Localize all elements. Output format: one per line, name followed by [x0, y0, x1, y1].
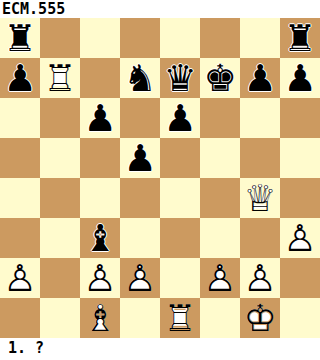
- square-f1[interactable]: [200, 298, 240, 338]
- square-f6[interactable]: [200, 98, 240, 138]
- square-c2[interactable]: ♟♙: [80, 258, 120, 298]
- square-h1[interactable]: [280, 298, 320, 338]
- square-g2[interactable]: ♟♙: [240, 258, 280, 298]
- black-rook-glyph: ♜: [280, 18, 320, 58]
- piece-white-pawn[interactable]: ♟♙: [240, 258, 280, 298]
- square-g8[interactable]: [240, 18, 280, 58]
- piece-black-rook[interactable]: ♜: [0, 18, 40, 58]
- square-g4[interactable]: ♛♕: [240, 178, 280, 218]
- white-rook-outline-glyph: ♖: [40, 58, 80, 98]
- piece-black-queen[interactable]: ♛: [160, 58, 200, 98]
- piece-black-pawn[interactable]: ♟: [160, 98, 200, 138]
- square-h5[interactable]: [280, 138, 320, 178]
- piece-white-rook[interactable]: ♜♖: [160, 298, 200, 338]
- square-b4[interactable]: [40, 178, 80, 218]
- square-e4[interactable]: [160, 178, 200, 218]
- square-g1[interactable]: ♚♔: [240, 298, 280, 338]
- square-a1[interactable]: [0, 298, 40, 338]
- square-f4[interactable]: [200, 178, 240, 218]
- square-a2[interactable]: ♟♙: [0, 258, 40, 298]
- piece-white-pawn[interactable]: ♟♙: [80, 258, 120, 298]
- square-c1[interactable]: ♝♗: [80, 298, 120, 338]
- square-c5[interactable]: [80, 138, 120, 178]
- piece-white-pawn[interactable]: ♟♙: [120, 258, 160, 298]
- square-e1[interactable]: ♜♖: [160, 298, 200, 338]
- square-d6[interactable]: [120, 98, 160, 138]
- square-d5[interactable]: ♟: [120, 138, 160, 178]
- black-pawn-glyph: ♟: [280, 58, 320, 98]
- black-king-glyph: ♚: [200, 58, 240, 98]
- square-d2[interactable]: ♟♙: [120, 258, 160, 298]
- square-d3[interactable]: [120, 218, 160, 258]
- piece-white-pawn[interactable]: ♟♙: [280, 218, 320, 258]
- square-g6[interactable]: [240, 98, 280, 138]
- black-bishop-glyph: ♝: [80, 218, 120, 258]
- square-c4[interactable]: [80, 178, 120, 218]
- square-b7[interactable]: ♜♖: [40, 58, 80, 98]
- square-d8[interactable]: [120, 18, 160, 58]
- black-pawn-glyph: ♟: [160, 98, 200, 138]
- square-f5[interactable]: [200, 138, 240, 178]
- black-rook-glyph: ♜: [0, 18, 40, 58]
- square-e7[interactable]: ♛: [160, 58, 200, 98]
- square-g5[interactable]: [240, 138, 280, 178]
- square-h2[interactable]: [280, 258, 320, 298]
- piece-white-queen[interactable]: ♛♕: [240, 178, 280, 218]
- black-pawn-glyph: ♟: [120, 138, 160, 178]
- square-f3[interactable]: [200, 218, 240, 258]
- piece-black-pawn[interactable]: ♟: [240, 58, 280, 98]
- square-a8[interactable]: ♜: [0, 18, 40, 58]
- square-c3[interactable]: ♝: [80, 218, 120, 258]
- square-a6[interactable]: [0, 98, 40, 138]
- square-h3[interactable]: ♟♙: [280, 218, 320, 258]
- square-b6[interactable]: [40, 98, 80, 138]
- piece-black-rook[interactable]: ♜: [280, 18, 320, 58]
- square-f7[interactable]: ♚: [200, 58, 240, 98]
- square-g3[interactable]: [240, 218, 280, 258]
- square-d4[interactable]: [120, 178, 160, 218]
- piece-black-bishop[interactable]: ♝: [80, 218, 120, 258]
- white-king-outline-glyph: ♔: [240, 298, 280, 338]
- square-d1[interactable]: [120, 298, 160, 338]
- square-a4[interactable]: [0, 178, 40, 218]
- piece-white-king[interactable]: ♚♔: [240, 298, 280, 338]
- piece-white-rook[interactable]: ♜♖: [40, 58, 80, 98]
- white-rook-outline-glyph: ♖: [160, 298, 200, 338]
- square-b2[interactable]: [40, 258, 80, 298]
- square-b3[interactable]: [40, 218, 80, 258]
- black-queen-glyph: ♛: [160, 58, 200, 98]
- square-c8[interactable]: [80, 18, 120, 58]
- square-b1[interactable]: [40, 298, 80, 338]
- white-pawn-outline-glyph: ♙: [0, 258, 40, 298]
- piece-black-knight[interactable]: ♞: [120, 58, 160, 98]
- square-a7[interactable]: ♟: [0, 58, 40, 98]
- piece-white-pawn[interactable]: ♟♙: [200, 258, 240, 298]
- white-pawn-outline-glyph: ♙: [240, 258, 280, 298]
- chess-diagram-page: ECM.555 ♜♜♟♜♖♞♛♚♟♟♟♟♟♛♕♝♟♙♟♙♟♙♟♙♟♙♟♙♝♗♜♖…: [0, 0, 320, 360]
- white-pawn-outline-glyph: ♙: [80, 258, 120, 298]
- piece-black-pawn[interactable]: ♟: [0, 58, 40, 98]
- move-prompt: 1. ?: [0, 338, 320, 360]
- square-a5[interactable]: [0, 138, 40, 178]
- white-pawn-outline-glyph: ♙: [200, 258, 240, 298]
- white-pawn-outline-glyph: ♙: [120, 258, 160, 298]
- square-e6[interactable]: ♟: [160, 98, 200, 138]
- piece-white-pawn[interactable]: ♟♙: [0, 258, 40, 298]
- black-pawn-glyph: ♟: [240, 58, 280, 98]
- piece-black-pawn[interactable]: ♟: [280, 58, 320, 98]
- square-e3[interactable]: [160, 218, 200, 258]
- piece-white-bishop[interactable]: ♝♗: [80, 298, 120, 338]
- square-b8[interactable]: [40, 18, 80, 58]
- square-h7[interactable]: ♟: [280, 58, 320, 98]
- square-b5[interactable]: [40, 138, 80, 178]
- square-e8[interactable]: [160, 18, 200, 58]
- white-queen-outline-glyph: ♕: [240, 178, 280, 218]
- square-f2[interactable]: ♟♙: [200, 258, 240, 298]
- square-h6[interactable]: [280, 98, 320, 138]
- white-pawn-outline-glyph: ♙: [280, 218, 320, 258]
- square-g7[interactable]: ♟: [240, 58, 280, 98]
- piece-black-pawn[interactable]: ♟: [120, 138, 160, 178]
- square-a3[interactable]: [0, 218, 40, 258]
- piece-black-pawn[interactable]: ♟: [80, 98, 120, 138]
- square-f8[interactable]: [200, 18, 240, 58]
- square-h4[interactable]: [280, 178, 320, 218]
- square-e5[interactable]: [160, 138, 200, 178]
- piece-black-king[interactable]: ♚: [200, 58, 240, 98]
- chess-board: ♜♜♟♜♖♞♛♚♟♟♟♟♟♛♕♝♟♙♟♙♟♙♟♙♟♙♟♙♝♗♜♖♚♔: [0, 18, 320, 338]
- square-d7[interactable]: ♞: [120, 58, 160, 98]
- square-c6[interactable]: ♟: [80, 98, 120, 138]
- black-knight-glyph: ♞: [120, 58, 160, 98]
- diagram-title: ECM.555: [0, 0, 320, 18]
- black-pawn-glyph: ♟: [0, 58, 40, 98]
- square-c7[interactable]: [80, 58, 120, 98]
- white-bishop-outline-glyph: ♗: [80, 298, 120, 338]
- square-h8[interactable]: ♜: [280, 18, 320, 58]
- black-pawn-glyph: ♟: [80, 98, 120, 138]
- square-e2[interactable]: [160, 258, 200, 298]
